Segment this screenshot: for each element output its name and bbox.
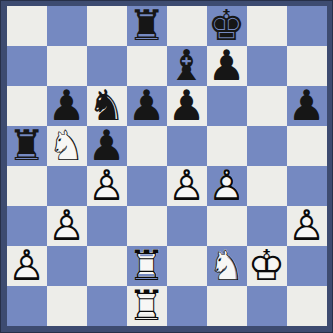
piece-outline: ♙ — [47, 206, 87, 246]
square-d5[interactable] — [127, 126, 167, 166]
square-e3[interactable] — [167, 206, 207, 246]
white-pawn[interactable]: ♟♙ — [87, 166, 127, 206]
white-knight[interactable]: ♞♘ — [47, 126, 87, 166]
square-f2[interactable]: ♞♘ — [207, 246, 247, 286]
square-e2[interactable] — [167, 246, 207, 286]
square-e4[interactable]: ♟♙ — [167, 166, 207, 206]
white-pawn[interactable]: ♟♙ — [207, 166, 247, 206]
square-b8[interactable] — [47, 6, 87, 46]
white-king[interactable]: ♚♔ — [247, 246, 287, 286]
square-g6[interactable] — [247, 86, 287, 126]
white-knight[interactable]: ♞♘ — [207, 246, 247, 286]
black-bishop[interactable]: ♝ — [167, 46, 207, 86]
square-a5[interactable]: ♜ — [7, 126, 47, 166]
square-g8[interactable] — [247, 6, 287, 46]
square-d7[interactable] — [127, 46, 167, 86]
square-b3[interactable]: ♟♙ — [47, 206, 87, 246]
piece-outline: ♙ — [87, 166, 127, 206]
black-knight[interactable]: ♞ — [87, 86, 127, 126]
square-e7[interactable]: ♝ — [167, 46, 207, 86]
white-pawn[interactable]: ♟♙ — [167, 166, 207, 206]
chess-board-frame: ♜♚♝♟♟♞♟♟♟♜♞♘♟♟♙♟♙♟♙♟♙♟♙♟♙♜♖♞♘♚♔♜♖ — [0, 0, 333, 333]
black-pawn[interactable]: ♟ — [87, 126, 127, 166]
square-g2[interactable]: ♚♔ — [247, 246, 287, 286]
white-pawn[interactable]: ♟♙ — [47, 206, 87, 246]
square-c5[interactable]: ♟ — [87, 126, 127, 166]
square-b2[interactable] — [47, 246, 87, 286]
black-pawn[interactable]: ♟ — [47, 86, 87, 126]
square-c3[interactable] — [87, 206, 127, 246]
black-pawn[interactable]: ♟ — [287, 86, 327, 126]
square-c1[interactable] — [87, 286, 127, 326]
white-rook[interactable]: ♜♖ — [127, 246, 167, 286]
square-h1[interactable] — [287, 286, 327, 326]
black-rook[interactable]: ♜ — [127, 6, 167, 46]
piece-outline: ♔ — [247, 246, 287, 286]
square-e5[interactable] — [167, 126, 207, 166]
piece-outline: ♙ — [207, 166, 247, 206]
square-e6[interactable]: ♟ — [167, 86, 207, 126]
square-e1[interactable] — [167, 286, 207, 326]
piece-outline: ♙ — [287, 206, 327, 246]
square-h3[interactable]: ♟♙ — [287, 206, 327, 246]
piece-outline: ♘ — [207, 246, 247, 286]
square-f6[interactable] — [207, 86, 247, 126]
square-h4[interactable] — [287, 166, 327, 206]
square-a6[interactable] — [7, 86, 47, 126]
black-king[interactable]: ♚ — [207, 6, 247, 46]
square-g3[interactable] — [247, 206, 287, 246]
piece-outline: ♙ — [7, 246, 47, 286]
square-g7[interactable] — [247, 46, 287, 86]
square-a8[interactable] — [7, 6, 47, 46]
square-d2[interactable]: ♜♖ — [127, 246, 167, 286]
square-e8[interactable] — [167, 6, 207, 46]
square-c8[interactable] — [87, 6, 127, 46]
square-f3[interactable] — [207, 206, 247, 246]
square-g4[interactable] — [247, 166, 287, 206]
square-h8[interactable] — [287, 6, 327, 46]
square-d3[interactable] — [127, 206, 167, 246]
square-c4[interactable]: ♟♙ — [87, 166, 127, 206]
square-g1[interactable] — [247, 286, 287, 326]
square-b4[interactable] — [47, 166, 87, 206]
square-f4[interactable]: ♟♙ — [207, 166, 247, 206]
chess-board: ♜♚♝♟♟♞♟♟♟♜♞♘♟♟♙♟♙♟♙♟♙♟♙♟♙♜♖♞♘♚♔♜♖ — [7, 6, 327, 326]
square-a3[interactable] — [7, 206, 47, 246]
square-f8[interactable]: ♚ — [207, 6, 247, 46]
square-g5[interactable] — [247, 126, 287, 166]
square-h5[interactable] — [287, 126, 327, 166]
white-pawn[interactable]: ♟♙ — [287, 206, 327, 246]
white-pawn[interactable]: ♟♙ — [7, 246, 47, 286]
square-b7[interactable] — [47, 46, 87, 86]
square-d1[interactable]: ♜♖ — [127, 286, 167, 326]
square-b5[interactable]: ♞♘ — [47, 126, 87, 166]
black-rook[interactable]: ♜ — [7, 126, 47, 166]
square-f5[interactable] — [207, 126, 247, 166]
piece-outline: ♙ — [167, 166, 207, 206]
piece-outline: ♘ — [47, 126, 87, 166]
square-h2[interactable] — [287, 246, 327, 286]
square-c6[interactable]: ♞ — [87, 86, 127, 126]
piece-outline: ♖ — [127, 246, 167, 286]
black-pawn[interactable]: ♟ — [207, 46, 247, 86]
square-a4[interactable] — [7, 166, 47, 206]
square-d6[interactable]: ♟ — [127, 86, 167, 126]
square-f1[interactable] — [207, 286, 247, 326]
square-a7[interactable] — [7, 46, 47, 86]
piece-outline: ♖ — [127, 286, 167, 326]
square-a1[interactable] — [7, 286, 47, 326]
square-c2[interactable] — [87, 246, 127, 286]
white-rook[interactable]: ♜♖ — [127, 286, 167, 326]
square-c7[interactable] — [87, 46, 127, 86]
square-b6[interactable]: ♟ — [47, 86, 87, 126]
square-h7[interactable] — [287, 46, 327, 86]
square-d8[interactable]: ♜ — [127, 6, 167, 46]
black-pawn[interactable]: ♟ — [167, 86, 207, 126]
square-f7[interactable]: ♟ — [207, 46, 247, 86]
square-h6[interactable]: ♟ — [287, 86, 327, 126]
square-d4[interactable] — [127, 166, 167, 206]
square-a2[interactable]: ♟♙ — [7, 246, 47, 286]
black-pawn[interactable]: ♟ — [127, 86, 167, 126]
square-b1[interactable] — [47, 286, 87, 326]
